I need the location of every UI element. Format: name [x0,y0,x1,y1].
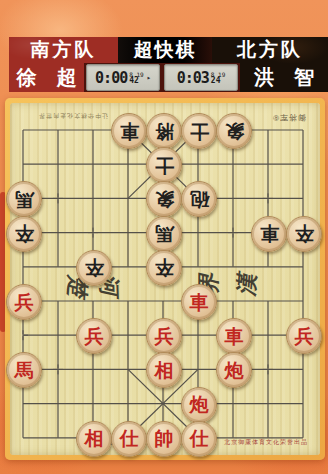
clock-left-running-indicator: ▸ [147,74,151,82]
xiangqi-board[interactable]: 楚 河 界 漢 让中华棋文化走向世界 御将军® 御康 北京御康体育文化荣誉出品 … [10,103,320,455]
black-soldier[interactable]: 卒 [286,216,322,252]
board-brand-text-top-right: 御将军® [272,112,306,123]
black-elephant[interactable]: 象 [216,113,252,149]
black-soldier[interactable]: 卒 [6,216,42,252]
red-chariot[interactable]: 車 [216,318,252,354]
red-soldier[interactable]: 兵 [6,284,42,320]
chess-clock: 0:00 8 19 42 ▸ 0:03 8 19 24 [84,63,240,92]
red-soldier[interactable]: 兵 [76,318,112,354]
clock-right-seconds: 24 [211,78,225,84]
clock-left-time: 0:00 [95,69,127,87]
red-cannon[interactable]: 炮 [181,387,217,423]
black-general[interactable]: 將 [146,113,182,149]
black-advisor[interactable]: 士 [181,113,217,149]
clock-left-seconds: 42 [129,78,143,84]
black-chariot[interactable]: 車 [111,113,147,149]
red-elephant[interactable]: 相 [76,421,112,457]
board-brand-text-top-left: 让中华棋文化走向世界 [38,111,108,120]
left-team-banner: 南方队 [9,37,118,63]
right-team-banner: 北方队 [212,37,328,63]
black-soldier[interactable]: 卒 [146,250,182,286]
red-general[interactable]: 帥 [146,421,182,457]
broadcast-header: 南方队 超快棋 北方队 徐 超 0:00 8 19 42 ▸ 0:03 8 19… [9,37,328,92]
red-chariot[interactable]: 車 [181,284,217,320]
event-title-banner: 超快棋 [118,37,212,63]
black-soldier[interactable]: 卒 [76,250,112,286]
black-horse[interactable]: 馬 [146,216,182,252]
red-soldier[interactable]: 兵 [146,318,182,354]
river-char-han: 漢 [231,273,262,297]
clock-right-display: 0:03 8 19 24 [164,64,238,91]
board-brand-text-bottom-right: 北京御康体育文化荣誉出品 [224,438,308,447]
clock-right-time: 0:03 [177,69,209,87]
right-player-name: 洪 智 [240,63,328,92]
black-chariot[interactable]: 車 [251,216,287,252]
clock-left-display: 0:00 8 19 42 ▸ [86,64,160,91]
red-soldier[interactable]: 兵 [286,318,322,354]
left-player-name: 徐 超 [9,63,84,92]
red-advisor[interactable]: 仕 [181,421,217,457]
red-advisor[interactable]: 仕 [111,421,147,457]
black-advisor[interactable]: 士 [146,147,182,183]
